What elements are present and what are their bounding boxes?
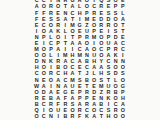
grid-cell[interactable]: T <box>98 114 105 120</box>
grid-cell[interactable]: K <box>83 114 90 120</box>
word-search-grid: CCINRGROTQSOEAOROTALOCREPPFFRENCHPRESSLF… <box>33 0 126 120</box>
grid-cell[interactable]: C <box>40 114 47 120</box>
grid-cell[interactable]: F <box>76 114 83 120</box>
word-search-page: CCINRGROTQSOEAOROTALOCREPPFFRENCHPRESSLF… <box>0 0 160 120</box>
grid-cell[interactable]: H <box>105 114 112 120</box>
grid-cell[interactable]: R <box>69 114 76 120</box>
grid-cell[interactable]: O <box>33 114 40 120</box>
grid-cell[interactable]: O <box>112 114 119 120</box>
grid-cell[interactable]: B <box>62 114 69 120</box>
grid-cell[interactable]: O <box>119 114 126 120</box>
grid-cell[interactable]: I <box>55 114 62 120</box>
grid-cell[interactable]: N <box>47 114 54 120</box>
grid-cell[interactable]: A <box>91 114 98 120</box>
